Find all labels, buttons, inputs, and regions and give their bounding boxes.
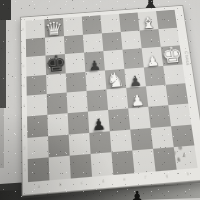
logo-piece-glyph: ♞ [176,157,182,164]
rank-label-8: 8 [22,28,24,32]
photo-topleft-dark-blob [0,0,11,20]
square-f1[interactable] [132,149,155,173]
board-corner-logo: ♚♛♝♞ [168,143,191,167]
square-c5[interactable] [66,72,87,93]
square-b3[interactable] [47,113,68,136]
square-a3[interactable] [27,115,48,138]
square-f7[interactable] [121,30,142,50]
rank-label-3: 3 [23,125,25,129]
rank-label-7: 7 [22,46,24,50]
square-f8[interactable] [119,12,140,31]
square-c6[interactable] [65,53,85,73]
square-e1[interactable] [111,151,134,175]
piece-white-bishop-g8[interactable]: ♝ [138,15,159,31]
piece-white-queen-b8[interactable]: ♛ [44,19,64,39]
grain-speck [72,0,73,1]
offboard-piece-black-pawn-bottom[interactable]: ♟ [129,189,145,200]
square-a1[interactable] [28,158,50,182]
square-c3[interactable] [68,112,90,135]
square-c8[interactable] [63,17,83,36]
square-b2[interactable] [48,134,70,157]
square-h4[interactable] [166,84,189,106]
square-e3[interactable] [108,108,130,130]
square-a8[interactable] [26,19,45,38]
file-label-c: c [71,178,93,185]
piece-white-pawn-f4[interactable]: ♟ [127,93,149,109]
chess-board: abcdefgh87654321 Chess ♚♛♝♞ ♛♝♚♟♟♚♞♟♟♟ [20,5,200,196]
rank-label-1: 1 [24,168,26,173]
square-f6[interactable] [123,48,144,68]
file-label-f: f [135,173,157,180]
piece-white-king-h6[interactable]: ♚ [161,44,183,67]
square-a5[interactable] [26,75,46,96]
piece-white-pawn-g6[interactable]: ♟ [142,54,163,69]
square-h3[interactable] [168,104,191,126]
file-label-a: a [28,182,50,189]
square-f2[interactable] [130,127,153,150]
photo-frame: abcdefgh87654321 Chess ♚♛♝♞ ♛♝♚♟♟♚♞♟♟♟ ♝… [0,0,200,200]
square-c2[interactable] [69,132,91,155]
file-label-g: g [156,171,178,178]
rank-label-4: 4 [23,104,25,108]
square-e7[interactable] [102,32,123,52]
piece-white-knight-e5[interactable]: ♞ [105,70,126,91]
square-c1[interactable] [70,154,92,178]
square-d1[interactable] [91,152,114,176]
piece-black-pawn-f5[interactable]: ♟ [125,74,146,90]
square-b4[interactable] [47,93,68,115]
rank-label-6: 6 [22,65,24,69]
file-label-h: h [177,170,199,177]
piece-black-pawn-d3[interactable]: ♟ [88,117,110,134]
square-d7[interactable] [83,33,103,53]
square-b1[interactable] [49,156,71,180]
square-e8[interactable] [100,14,120,33]
square-c4[interactable] [67,91,88,113]
photo-left-gray-strip [0,108,4,168]
square-g3[interactable] [148,105,171,127]
rank-label-5: 5 [23,84,25,88]
file-label-b: b [49,180,71,187]
square-g4[interactable] [146,85,168,107]
file-label-e: e [113,175,135,182]
grain-speck [14,133,15,134]
square-a6[interactable] [26,56,46,77]
piece-black-king-b6[interactable]: ♚ [45,52,65,76]
square-d4[interactable] [87,90,108,112]
square-e6[interactable] [103,50,124,70]
piece-black-pawn-d6[interactable]: ♟ [85,58,105,73]
square-a2[interactable] [27,136,48,159]
square-c7[interactable] [64,34,84,54]
logo-piece-glyph: ♝ [181,152,187,159]
rank-label-2: 2 [23,146,25,150]
grain-speck [12,76,13,77]
square-a7[interactable] [26,37,46,57]
square-e2[interactable] [110,129,133,152]
offboard-piece-black-bishop-top[interactable]: ♝ [141,0,161,12]
grain-speck [29,5,30,6]
square-a4[interactable] [27,94,48,116]
file-label-d: d [92,177,114,184]
square-d8[interactable] [82,15,102,34]
